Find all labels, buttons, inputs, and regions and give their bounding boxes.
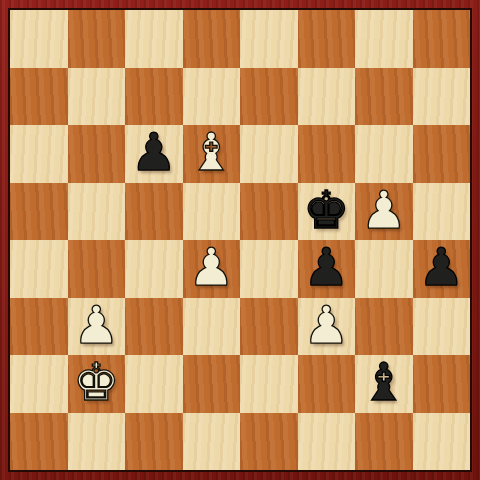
square-f5[interactable]: ♚ [298,183,356,241]
square-e5[interactable] [240,183,298,241]
square-f4[interactable]: ♟ [298,240,356,298]
square-d5[interactable] [183,183,241,241]
square-f8[interactable] [298,10,356,68]
square-b4[interactable] [68,240,126,298]
square-g1[interactable] [355,413,413,471]
square-e1[interactable] [240,413,298,471]
square-c6[interactable]: ♟ [125,125,183,183]
square-a8[interactable] [10,10,68,68]
square-d8[interactable] [183,10,241,68]
square-f6[interactable] [298,125,356,183]
square-h1[interactable] [413,413,471,471]
white-pawn: ♟ [303,297,350,354]
square-h5[interactable] [413,183,471,241]
square-a5[interactable] [10,183,68,241]
white-pawn: ♟ [188,239,235,296]
white-pawn: ♟ [360,182,407,239]
white-bishop: ♝ [188,124,235,181]
square-b7[interactable] [68,68,126,126]
square-h4[interactable]: ♟ [413,240,471,298]
black-pawn: ♟ [418,239,465,296]
square-e4[interactable] [240,240,298,298]
square-g6[interactable] [355,125,413,183]
square-g3[interactable] [355,298,413,356]
square-b5[interactable] [68,183,126,241]
square-d4[interactable]: ♟ [183,240,241,298]
square-b1[interactable] [68,413,126,471]
black-bishop: ♝ [360,354,407,411]
square-a1[interactable] [10,413,68,471]
square-a6[interactable] [10,125,68,183]
square-a3[interactable] [10,298,68,356]
square-a7[interactable] [10,68,68,126]
square-a2[interactable] [10,355,68,413]
square-f3[interactable]: ♟ [298,298,356,356]
square-c7[interactable] [125,68,183,126]
square-b8[interactable] [68,10,126,68]
square-g5[interactable]: ♟ [355,183,413,241]
black-pawn: ♟ [303,239,350,296]
square-c4[interactable] [125,240,183,298]
square-f7[interactable] [298,68,356,126]
square-d1[interactable] [183,413,241,471]
square-e2[interactable] [240,355,298,413]
black-pawn: ♟ [130,124,177,181]
square-b6[interactable] [68,125,126,183]
chess-board-frame: ♟♝♚♟♟♟♟♟♟♚♝ [0,0,480,480]
square-c2[interactable] [125,355,183,413]
square-h7[interactable] [413,68,471,126]
square-f1[interactable] [298,413,356,471]
square-f2[interactable] [298,355,356,413]
square-c3[interactable] [125,298,183,356]
white-pawn: ♟ [73,297,120,354]
square-h2[interactable] [413,355,471,413]
square-g4[interactable] [355,240,413,298]
square-e8[interactable] [240,10,298,68]
chess-board: ♟♝♚♟♟♟♟♟♟♚♝ [10,10,470,470]
white-king: ♚ [73,354,120,411]
square-h3[interactable] [413,298,471,356]
square-e3[interactable] [240,298,298,356]
square-c1[interactable] [125,413,183,471]
square-d7[interactable] [183,68,241,126]
square-d3[interactable] [183,298,241,356]
square-d6[interactable]: ♝ [183,125,241,183]
square-g2[interactable]: ♝ [355,355,413,413]
square-g7[interactable] [355,68,413,126]
square-a4[interactable] [10,240,68,298]
square-e7[interactable] [240,68,298,126]
black-king: ♚ [303,182,350,239]
square-c8[interactable] [125,10,183,68]
square-e6[interactable] [240,125,298,183]
board-inner-border: ♟♝♚♟♟♟♟♟♟♚♝ [8,8,472,472]
square-c5[interactable] [125,183,183,241]
square-b3[interactable]: ♟ [68,298,126,356]
square-b2[interactable]: ♚ [68,355,126,413]
square-d2[interactable] [183,355,241,413]
square-g8[interactable] [355,10,413,68]
square-h6[interactable] [413,125,471,183]
square-h8[interactable] [413,10,471,68]
